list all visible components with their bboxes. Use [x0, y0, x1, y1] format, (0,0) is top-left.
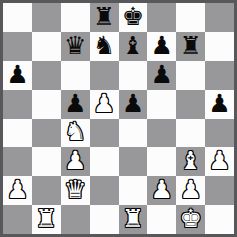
square-g7[interactable]: ♜	[176, 32, 205, 61]
square-a8[interactable]	[3, 3, 32, 32]
piece-white-rook[interactable]: ♜	[122, 206, 144, 231]
square-c3[interactable]: ♟	[61, 147, 90, 176]
square-f3[interactable]	[147, 147, 176, 176]
piece-black-knight[interactable]: ♞	[93, 33, 115, 58]
square-b4[interactable]	[32, 119, 61, 148]
piece-white-knight[interactable]: ♞	[64, 119, 86, 144]
piece-white-rook[interactable]: ♜	[35, 206, 57, 231]
square-c5[interactable]: ♟	[61, 90, 90, 119]
square-a3[interactable]	[3, 147, 32, 176]
square-d4[interactable]	[90, 119, 119, 148]
piece-black-pawn[interactable]: ♟	[64, 91, 86, 116]
square-e6[interactable]	[119, 61, 148, 90]
piece-black-bishop[interactable]: ♝	[122, 33, 144, 58]
square-b5[interactable]	[32, 90, 61, 119]
piece-black-pawn[interactable]: ♟	[122, 91, 144, 116]
square-g2[interactable]: ♟	[176, 176, 205, 205]
square-f1[interactable]	[147, 205, 176, 234]
piece-black-rook[interactable]: ♜	[93, 4, 115, 29]
square-h7[interactable]	[205, 32, 234, 61]
piece-white-queen[interactable]: ♛	[64, 177, 86, 202]
square-f4[interactable]	[147, 119, 176, 148]
square-d7[interactable]: ♞	[90, 32, 119, 61]
square-a6[interactable]: ♟	[3, 61, 32, 90]
square-c7[interactable]: ♛	[61, 32, 90, 61]
square-e4[interactable]	[119, 119, 148, 148]
chess-board: ♜♚♛♞♝♟♜♟♟♟♟♟♟♞♟♝♟♟♛♟♟♜♜♚	[0, 0, 237, 237]
square-b8[interactable]	[32, 3, 61, 32]
square-d1[interactable]	[90, 205, 119, 234]
square-e7[interactable]: ♝	[119, 32, 148, 61]
piece-black-queen[interactable]: ♛	[64, 33, 86, 58]
square-b6[interactable]	[32, 61, 61, 90]
square-e5[interactable]: ♟	[119, 90, 148, 119]
square-h1[interactable]	[205, 205, 234, 234]
square-b7[interactable]	[32, 32, 61, 61]
square-d6[interactable]	[90, 61, 119, 90]
piece-black-king[interactable]: ♚	[122, 4, 144, 29]
square-f6[interactable]: ♟	[147, 61, 176, 90]
square-f7[interactable]: ♟	[147, 32, 176, 61]
square-h4[interactable]	[205, 119, 234, 148]
piece-white-pawn[interactable]: ♟	[93, 91, 115, 116]
piece-black-pawn[interactable]: ♟	[151, 33, 173, 58]
piece-black-pawn[interactable]: ♟	[151, 62, 173, 87]
square-d8[interactable]: ♜	[90, 3, 119, 32]
square-d2[interactable]	[90, 176, 119, 205]
square-g5[interactable]	[176, 90, 205, 119]
square-h8[interactable]	[205, 3, 234, 32]
square-d3[interactable]	[90, 147, 119, 176]
square-d5[interactable]: ♟	[90, 90, 119, 119]
piece-white-bishop[interactable]: ♝	[179, 148, 201, 173]
piece-white-pawn[interactable]: ♟	[6, 177, 28, 202]
square-c8[interactable]	[61, 3, 90, 32]
square-c2[interactable]: ♛	[61, 176, 90, 205]
square-h5[interactable]: ♟	[205, 90, 234, 119]
square-e1[interactable]: ♜	[119, 205, 148, 234]
square-b3[interactable]	[32, 147, 61, 176]
square-g3[interactable]: ♝	[176, 147, 205, 176]
square-c6[interactable]	[61, 61, 90, 90]
piece-black-pawn[interactable]: ♟	[6, 62, 28, 87]
piece-white-pawn[interactable]: ♟	[208, 148, 230, 173]
square-b2[interactable]	[32, 176, 61, 205]
piece-black-rook[interactable]: ♜	[179, 33, 201, 58]
square-e3[interactable]	[119, 147, 148, 176]
square-c1[interactable]	[61, 205, 90, 234]
piece-white-pawn[interactable]: ♟	[64, 148, 86, 173]
piece-white-pawn[interactable]: ♟	[151, 177, 173, 202]
square-f5[interactable]	[147, 90, 176, 119]
square-a7[interactable]	[3, 32, 32, 61]
square-g4[interactable]	[176, 119, 205, 148]
square-a1[interactable]	[3, 205, 32, 234]
square-h2[interactable]	[205, 176, 234, 205]
square-b1[interactable]: ♜	[32, 205, 61, 234]
square-f8[interactable]	[147, 3, 176, 32]
square-f2[interactable]: ♟	[147, 176, 176, 205]
square-h3[interactable]: ♟	[205, 147, 234, 176]
square-g6[interactable]	[176, 61, 205, 90]
square-e8[interactable]: ♚	[119, 3, 148, 32]
square-h6[interactable]	[205, 61, 234, 90]
square-g1[interactable]: ♚	[176, 205, 205, 234]
piece-black-pawn[interactable]: ♟	[208, 91, 230, 116]
square-g8[interactable]	[176, 3, 205, 32]
square-a2[interactable]: ♟	[3, 176, 32, 205]
piece-white-king[interactable]: ♚	[179, 206, 201, 231]
square-a5[interactable]	[3, 90, 32, 119]
square-c4[interactable]: ♞	[61, 119, 90, 148]
square-e2[interactable]	[119, 176, 148, 205]
square-a4[interactable]	[3, 119, 32, 148]
piece-white-pawn[interactable]: ♟	[179, 177, 201, 202]
